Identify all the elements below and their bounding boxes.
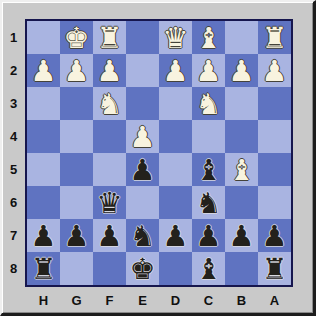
square-e4[interactable]: ♟ — [126, 120, 159, 153]
square-g5[interactable] — [60, 153, 93, 186]
square-d5[interactable] — [159, 153, 192, 186]
square-c3[interactable]: ♞ — [192, 87, 225, 120]
square-a4[interactable] — [258, 120, 291, 153]
square-g6[interactable] — [60, 186, 93, 219]
square-g7[interactable]: ♟ — [60, 219, 93, 252]
white-rook-piece-f1: ♜ — [93, 21, 126, 54]
rank-label-3: 3 — [2, 87, 25, 120]
square-h1[interactable] — [27, 21, 60, 54]
square-d4[interactable] — [159, 120, 192, 153]
black-pawn-piece-f7: ♟ — [93, 219, 126, 252]
square-d1[interactable]: ♛ — [159, 21, 192, 54]
white-pawn-piece-c2: ♟ — [192, 54, 225, 87]
white-pawn-piece-g2: ♟ — [60, 54, 93, 87]
square-d2[interactable]: ♟ — [159, 54, 192, 87]
file-label-f: F — [93, 289, 126, 313]
rank-label-1: 1 — [2, 21, 25, 54]
square-h5[interactable] — [27, 153, 60, 186]
white-bishop-piece-c1: ♝ — [192, 21, 225, 54]
square-a7[interactable]: ♟ — [258, 219, 291, 252]
black-king-piece-e8: ♚ — [126, 252, 159, 285]
square-h2[interactable]: ♟ — [27, 54, 60, 87]
square-h8[interactable]: ♜ — [27, 252, 60, 285]
square-b4[interactable] — [225, 120, 258, 153]
square-d8[interactable] — [159, 252, 192, 285]
black-pawn-piece-e5: ♟ — [126, 153, 159, 186]
square-f4[interactable] — [93, 120, 126, 153]
black-pawn-piece-b7: ♟ — [225, 219, 258, 252]
square-e2[interactable] — [126, 54, 159, 87]
square-g2[interactable]: ♟ — [60, 54, 93, 87]
black-pawn-piece-g7: ♟ — [60, 219, 93, 252]
white-pawn-piece-f2: ♟ — [93, 54, 126, 87]
square-e6[interactable] — [126, 186, 159, 219]
black-bishop-piece-c5: ♝ — [192, 153, 225, 186]
black-pawn-piece-d7: ♟ — [159, 219, 192, 252]
square-h3[interactable] — [27, 87, 60, 120]
square-b1[interactable] — [225, 21, 258, 54]
rank-label-5: 5 — [2, 153, 25, 186]
square-a8[interactable]: ♜ — [258, 252, 291, 285]
square-e8[interactable]: ♚ — [126, 252, 159, 285]
white-king-piece-g1: ♚ — [60, 21, 93, 54]
square-f3[interactable]: ♞ — [93, 87, 126, 120]
square-b7[interactable]: ♟ — [225, 219, 258, 252]
square-a6[interactable] — [258, 186, 291, 219]
square-b8[interactable] — [225, 252, 258, 285]
square-f1[interactable]: ♜ — [93, 21, 126, 54]
black-pawn-piece-a7: ♟ — [258, 219, 291, 252]
square-e7[interactable]: ♞ — [126, 219, 159, 252]
square-c5[interactable]: ♝ — [192, 153, 225, 186]
square-g4[interactable] — [60, 120, 93, 153]
rank-labels: 1 2 3 4 5 6 7 8 — [2, 21, 25, 285]
black-bishop-piece-c8: ♝ — [192, 252, 225, 285]
square-g3[interactable] — [60, 87, 93, 120]
square-b2[interactable]: ♟ — [225, 54, 258, 87]
square-d6[interactable] — [159, 186, 192, 219]
square-c6[interactable]: ♞ — [192, 186, 225, 219]
white-pawn-piece-b2: ♟ — [225, 54, 258, 87]
diagram-frame: 1 2 3 4 5 6 7 8 ♚♜♛♝♜♟♟♟♟♟♟♟♞♞♟♟♝♝♛♞♟♟♟♞… — [0, 0, 316, 316]
square-a3[interactable] — [258, 87, 291, 120]
rank-label-4: 4 — [2, 120, 25, 153]
white-pawn-piece-h2: ♟ — [27, 54, 60, 87]
rank-label-2: 2 — [2, 54, 25, 87]
square-f2[interactable]: ♟ — [93, 54, 126, 87]
square-e3[interactable] — [126, 87, 159, 120]
white-knight-piece-f3: ♞ — [93, 87, 126, 120]
file-label-e: E — [126, 289, 159, 313]
white-bishop-piece-b5: ♝ — [225, 153, 258, 186]
black-rook-piece-h8: ♜ — [27, 252, 60, 285]
square-f8[interactable] — [93, 252, 126, 285]
file-label-g: G — [60, 289, 93, 313]
square-g1[interactable]: ♚ — [60, 21, 93, 54]
white-rook-piece-a1: ♜ — [258, 21, 291, 54]
square-e5[interactable]: ♟ — [126, 153, 159, 186]
rank-label-8: 8 — [2, 252, 25, 285]
white-queen-piece-d1: ♛ — [159, 21, 192, 54]
file-label-h: H — [27, 289, 60, 313]
square-h7[interactable]: ♟ — [27, 219, 60, 252]
square-a2[interactable]: ♟ — [258, 54, 291, 87]
square-c1[interactable]: ♝ — [192, 21, 225, 54]
square-c8[interactable]: ♝ — [192, 252, 225, 285]
square-c4[interactable] — [192, 120, 225, 153]
black-pawn-piece-c7: ♟ — [192, 219, 225, 252]
square-a5[interactable] — [258, 153, 291, 186]
square-d7[interactable]: ♟ — [159, 219, 192, 252]
black-queen-piece-f6: ♛ — [93, 186, 126, 219]
rank-label-7: 7 — [2, 219, 25, 252]
square-f6[interactable]: ♛ — [93, 186, 126, 219]
file-label-a: A — [258, 289, 291, 313]
rank-label-6: 6 — [2, 186, 25, 219]
square-f5[interactable] — [93, 153, 126, 186]
square-g8[interactable] — [60, 252, 93, 285]
square-h6[interactable] — [27, 186, 60, 219]
square-d3[interactable] — [159, 87, 192, 120]
square-e1[interactable] — [126, 21, 159, 54]
file-label-c: C — [192, 289, 225, 313]
square-b5[interactable]: ♝ — [225, 153, 258, 186]
square-f7[interactable]: ♟ — [93, 219, 126, 252]
file-label-b: B — [225, 289, 258, 313]
black-knight-piece-e7: ♞ — [126, 219, 159, 252]
square-a1[interactable]: ♜ — [258, 21, 291, 54]
square-b6[interactable] — [225, 186, 258, 219]
square-h4[interactable] — [27, 120, 60, 153]
black-pawn-piece-h7: ♟ — [27, 219, 60, 252]
black-knight-piece-c6: ♞ — [192, 186, 225, 219]
white-pawn-piece-a2: ♟ — [258, 54, 291, 87]
file-label-d: D — [159, 289, 192, 313]
square-c7[interactable]: ♟ — [192, 219, 225, 252]
square-c2[interactable]: ♟ — [192, 54, 225, 87]
square-b3[interactable] — [225, 87, 258, 120]
chess-board: ♚♜♛♝♜♟♟♟♟♟♟♟♞♞♟♟♝♝♛♞♟♟♟♞♟♟♟♟♜♚♝♜ — [25, 19, 293, 287]
white-pawn-piece-d2: ♟ — [159, 54, 192, 87]
white-knight-piece-c3: ♞ — [192, 87, 225, 120]
black-rook-piece-a8: ♜ — [258, 252, 291, 285]
white-pawn-piece-e4: ♟ — [126, 120, 159, 153]
file-labels: H G F E D C B A — [27, 289, 291, 313]
